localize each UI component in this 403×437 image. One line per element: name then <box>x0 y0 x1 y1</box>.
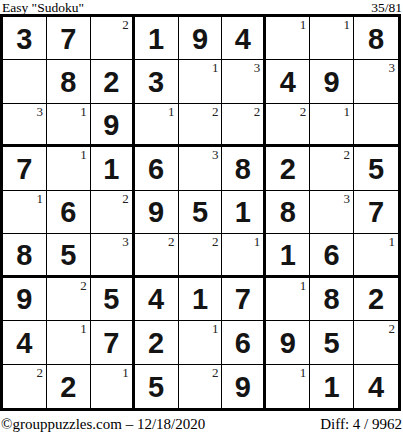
given-digit: 7 <box>354 191 398 233</box>
cell-r7c8[interactable]: 8 <box>310 278 354 321</box>
pencil-mark: 3 <box>254 60 261 75</box>
given-digit: 5 <box>354 147 398 189</box>
pencil-mark: 2 <box>254 104 261 119</box>
given-digit: 7 <box>3 147 46 189</box>
pencil-mark: 1 <box>212 60 219 75</box>
cell-r6c2[interactable]: 5 <box>47 234 91 277</box>
given-digit: 2 <box>354 278 398 320</box>
cell-r7c3[interactable]: 5 <box>91 278 135 321</box>
given-digit: 3 <box>3 17 46 59</box>
cell-r8c3[interactable]: 7 <box>91 321 135 364</box>
cell-r3c7[interactable]: 2 <box>266 104 310 147</box>
given-digit: 9 <box>310 60 353 102</box>
cell-r8c7[interactable]: 9 <box>266 321 310 364</box>
given-digit: 8 <box>222 147 263 189</box>
progress-counter: 35/81 <box>371 1 402 14</box>
cell-r8c2[interactable]: 1 <box>47 321 91 364</box>
given-digit: 4 <box>135 278 178 320</box>
cell-r9c5[interactable]: 2 <box>179 365 223 408</box>
cell-r3c6[interactable]: 2 <box>222 104 266 147</box>
given-digit: 9 <box>266 321 309 363</box>
given-digit: 6 <box>135 147 178 189</box>
given-digit: 1 <box>91 147 132 189</box>
cell-r8c8[interactable]: 5 <box>310 321 354 364</box>
cell-r6c8[interactable]: 6 <box>310 234 354 277</box>
given-digit: 1 <box>266 234 309 274</box>
given-digit: 5 <box>310 321 353 363</box>
cell-r6c7[interactable]: 1 <box>266 234 310 277</box>
given-digit: 5 <box>135 365 178 408</box>
cell-r5c4[interactable]: 9 <box>135 191 179 234</box>
cell-r8c9[interactable]: 2 <box>354 321 398 364</box>
given-digit: 7 <box>47 17 90 59</box>
cell-r4c4[interactable]: 6 <box>135 147 179 190</box>
cell-r5c2[interactable]: 6 <box>47 191 91 234</box>
cell-r8c4[interactable]: 2 <box>135 321 179 364</box>
pencil-mark: 2 <box>36 365 43 380</box>
pencil-mark: 1 <box>389 234 396 249</box>
pencil-mark: 1 <box>300 17 307 32</box>
pencil-mark: 1 <box>80 104 87 119</box>
pencil-mark: 2 <box>122 191 129 206</box>
cell-r2c6[interactable]: 3 <box>222 60 266 103</box>
cell-r1c1[interactable]: 3 <box>3 17 47 60</box>
cell-r5c5[interactable]: 5 <box>179 191 223 234</box>
cell-r7c6[interactable]: 7 <box>222 278 266 321</box>
pencil-mark: 1 <box>122 365 129 380</box>
given-digit: 6 <box>222 321 263 363</box>
pencil-mark: 2 <box>212 104 219 119</box>
given-digit: 8 <box>47 60 90 102</box>
cell-r9c7[interactable]: 1 <box>266 365 310 408</box>
cell-r2c3[interactable]: 2 <box>91 60 135 103</box>
cell-r7c9[interactable]: 2 <box>354 278 398 321</box>
given-digit: 1 <box>310 365 353 408</box>
cell-r7c5[interactable]: 1 <box>179 278 223 321</box>
pencil-mark: 1 <box>300 278 307 293</box>
difficulty-text: Diff: 4 / 9962 <box>320 416 402 433</box>
cell-r9c1[interactable]: 2 <box>3 365 47 408</box>
pencil-mark: 1 <box>80 147 87 162</box>
given-digit: 9 <box>91 104 132 144</box>
cell-r9c4[interactable]: 5 <box>135 365 179 408</box>
given-digit: 4 <box>222 17 263 59</box>
cell-r8c6[interactable]: 6 <box>222 321 266 364</box>
given-digit: 2 <box>135 321 178 363</box>
cell-r1c5[interactable]: 9 <box>179 17 223 60</box>
cell-r7c2[interactable]: 2 <box>47 278 91 321</box>
cell-r4c8[interactable]: 2 <box>310 147 354 190</box>
given-digit: 5 <box>91 278 132 320</box>
given-digit: 1 <box>179 278 222 320</box>
cell-r3c2[interactable]: 1 <box>47 104 91 147</box>
pencil-mark: 1 <box>36 191 43 206</box>
pencil-mark: 3 <box>344 191 351 206</box>
cell-r7c7[interactable]: 1 <box>266 278 310 321</box>
cell-r1c4[interactable]: 1 <box>135 17 179 60</box>
cell-r2c1[interactable] <box>3 60 47 103</box>
cell-r6c6[interactable]: 1 <box>222 234 266 277</box>
pencil-mark: 2 <box>300 104 307 119</box>
cell-r8c5[interactable]: 1 <box>179 321 223 364</box>
cell-r3c1[interactable]: 3 <box>3 104 47 147</box>
given-digit: 8 <box>310 278 353 320</box>
pencil-mark: 1 <box>254 234 261 249</box>
given-digit: 1 <box>222 191 263 233</box>
given-digit: 2 <box>266 147 309 189</box>
cell-r4c2[interactable]: 1 <box>47 147 91 190</box>
cell-r6c4[interactable]: 2 <box>135 234 179 277</box>
cell-r9c6[interactable]: 9 <box>222 365 266 408</box>
footer: ©grouppuzzles.com – 12/18/2020 Diff: 4 /… <box>0 411 403 433</box>
cell-r9c3[interactable]: 1 <box>91 365 135 408</box>
cell-r6c1[interactable]: 8 <box>3 234 47 277</box>
pencil-mark: 2 <box>80 278 87 293</box>
given-digit: 9 <box>222 365 263 408</box>
cell-r3c4[interactable]: 1 <box>135 104 179 147</box>
cell-r1c6[interactable]: 4 <box>222 17 266 60</box>
pencil-mark: 3 <box>389 60 396 75</box>
given-digit: 6 <box>310 234 353 274</box>
cell-r2c5[interactable]: 1 <box>179 60 223 103</box>
pencil-mark: 2 <box>122 17 129 32</box>
pencil-mark: 3 <box>122 234 129 249</box>
cell-r8c1[interactable]: 4 <box>3 321 47 364</box>
given-digit: 5 <box>179 191 222 233</box>
cell-r2c2[interactable]: 8 <box>47 60 91 103</box>
given-digit: 8 <box>354 17 398 59</box>
cell-r3c8[interactable]: 1 <box>310 104 354 147</box>
cell-r5c9[interactable]: 7 <box>354 191 398 234</box>
given-digit: 4 <box>266 60 309 102</box>
cell-r6c5[interactable]: 2 <box>179 234 223 277</box>
given-digit: 9 <box>135 191 178 233</box>
pencil-mark: 2 <box>212 234 219 249</box>
given-digit: 1 <box>135 17 178 59</box>
cell-r2c4[interactable]: 3 <box>135 60 179 103</box>
cell-r6c9[interactable]: 1 <box>354 234 398 277</box>
header: Easy "Sudoku" 35/81 <box>0 0 403 14</box>
cell-r3c5[interactable]: 2 <box>179 104 223 147</box>
cell-r5c8[interactable]: 3 <box>310 191 354 234</box>
cell-r5c3[interactable]: 2 <box>91 191 135 234</box>
cell-r9c8[interactable]: 1 <box>310 365 354 408</box>
given-digit: 2 <box>47 365 90 408</box>
cell-r4c5[interactable]: 3 <box>179 147 223 190</box>
given-digit: 3 <box>135 60 178 102</box>
pencil-mark: 3 <box>36 104 43 119</box>
cell-r1c8[interactable]: 1 <box>310 17 354 60</box>
sudoku-board: 3721941188231349331912221711638225162951… <box>0 14 401 411</box>
cell-r5c1[interactable]: 1 <box>3 191 47 234</box>
cell-r4c7[interactable]: 2 <box>266 147 310 190</box>
cell-r1c2[interactable]: 7 <box>47 17 91 60</box>
sudoku-page: Easy "Sudoku" 35/81 37219411882313493319… <box>0 0 403 437</box>
pencil-mark: 2 <box>212 365 219 380</box>
pencil-mark: 1 <box>344 104 351 119</box>
pencil-mark: 2 <box>389 321 396 336</box>
pencil-mark: 1 <box>212 321 219 336</box>
given-digit: 2 <box>91 60 132 102</box>
cell-r1c3[interactable]: 2 <box>91 17 135 60</box>
cell-r3c3[interactable]: 9 <box>91 104 135 147</box>
pencil-mark: 1 <box>80 321 87 336</box>
pencil-mark: 2 <box>168 234 175 249</box>
pencil-mark: 1 <box>344 17 351 32</box>
page-title: Easy "Sudoku" <box>2 1 84 14</box>
pencil-mark: 1 <box>168 104 175 119</box>
cell-r3c9[interactable] <box>354 104 398 147</box>
given-digit: 7 <box>222 278 263 320</box>
given-digit: 8 <box>266 191 309 233</box>
cell-r4c6[interactable]: 8 <box>222 147 266 190</box>
given-digit: 7 <box>91 321 132 363</box>
pencil-mark: 2 <box>344 147 351 162</box>
given-digit: 5 <box>47 234 90 274</box>
given-digit: 9 <box>3 278 46 320</box>
cell-r6c3[interactable]: 3 <box>91 234 135 277</box>
cell-r1c7[interactable]: 1 <box>266 17 310 60</box>
cell-r2c9[interactable]: 3 <box>354 60 398 103</box>
cell-r7c4[interactable]: 4 <box>135 278 179 321</box>
cell-r1c9[interactable]: 8 <box>354 17 398 60</box>
pencil-mark: 3 <box>212 147 219 162</box>
given-digit: 8 <box>3 234 46 274</box>
cell-r7c1[interactable]: 9 <box>3 278 47 321</box>
cell-r9c2[interactable]: 2 <box>47 365 91 408</box>
given-digit: 9 <box>179 17 222 59</box>
cell-r5c6[interactable]: 1 <box>222 191 266 234</box>
given-digit: 4 <box>354 365 398 408</box>
pencil-mark: 1 <box>300 365 307 380</box>
cell-r2c8[interactable]: 9 <box>310 60 354 103</box>
cell-r4c1[interactable]: 7 <box>3 147 47 190</box>
cell-r5c7[interactable]: 8 <box>266 191 310 234</box>
credit-text: ©grouppuzzles.com – 12/18/2020 <box>1 416 205 433</box>
cell-r4c3[interactable]: 1 <box>91 147 135 190</box>
given-digit: 6 <box>47 191 90 233</box>
cell-r9c9[interactable]: 4 <box>354 365 398 408</box>
cell-r2c7[interactable]: 4 <box>266 60 310 103</box>
given-digit: 4 <box>3 321 46 363</box>
cell-r4c9[interactable]: 5 <box>354 147 398 190</box>
